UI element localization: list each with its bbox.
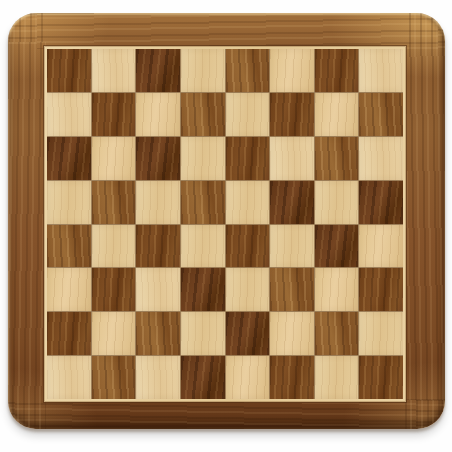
- square-r7c7[interactable]: [315, 312, 359, 355]
- square-r2c7[interactable]: [315, 93, 359, 136]
- square-r2c2[interactable]: [92, 93, 136, 136]
- square-r2c6[interactable]: [270, 93, 314, 136]
- square-r1c6[interactable]: [270, 49, 314, 92]
- square-r3c3[interactable]: [136, 137, 180, 180]
- square-r5c3[interactable]: [136, 225, 180, 268]
- square-r4c6[interactable]: [270, 181, 314, 224]
- chess-board: [8, 13, 445, 429]
- square-r1c3[interactable]: [136, 49, 180, 92]
- square-r8c7[interactable]: [315, 356, 359, 399]
- square-r1c4[interactable]: [181, 49, 225, 92]
- square-r3c6[interactable]: [270, 137, 314, 180]
- square-r8c1[interactable]: [47, 356, 91, 399]
- square-r3c4[interactable]: [181, 137, 225, 180]
- square-r6c3[interactable]: [136, 268, 180, 311]
- square-r7c5[interactable]: [226, 312, 270, 355]
- frame-left-grain: [8, 13, 46, 429]
- frame-bottom-grain: [8, 399, 445, 429]
- square-r3c2[interactable]: [92, 137, 136, 180]
- square-r8c5[interactable]: [226, 356, 270, 399]
- square-r3c5[interactable]: [226, 137, 270, 180]
- square-r2c5[interactable]: [226, 93, 270, 136]
- square-r6c7[interactable]: [315, 268, 359, 311]
- frame-right-grain: [405, 13, 445, 429]
- square-r6c6[interactable]: [270, 268, 314, 311]
- square-r2c3[interactable]: [136, 93, 180, 136]
- square-r2c1[interactable]: [47, 93, 91, 136]
- square-r7c1[interactable]: [47, 312, 91, 355]
- square-r7c2[interactable]: [92, 312, 136, 355]
- square-r1c8[interactable]: [359, 49, 403, 92]
- square-r8c4[interactable]: [181, 356, 225, 399]
- square-r8c6[interactable]: [270, 356, 314, 399]
- square-r1c2[interactable]: [92, 49, 136, 92]
- square-r7c4[interactable]: [181, 312, 225, 355]
- square-r5c4[interactable]: [181, 225, 225, 268]
- square-r3c7[interactable]: [315, 137, 359, 180]
- square-r5c6[interactable]: [270, 225, 314, 268]
- square-r1c5[interactable]: [226, 49, 270, 92]
- board-grid: [47, 49, 403, 399]
- square-r2c8[interactable]: [359, 93, 403, 136]
- square-r5c8[interactable]: [359, 225, 403, 268]
- square-r3c8[interactable]: [359, 137, 403, 180]
- square-r8c3[interactable]: [136, 356, 180, 399]
- square-r4c7[interactable]: [315, 181, 359, 224]
- frame-top-grain: [8, 13, 445, 49]
- square-r1c1[interactable]: [47, 49, 91, 92]
- square-r6c2[interactable]: [92, 268, 136, 311]
- square-r2c4[interactable]: [181, 93, 225, 136]
- photo-background: [0, 0, 452, 452]
- square-r4c4[interactable]: [181, 181, 225, 224]
- square-r1c7[interactable]: [315, 49, 359, 92]
- square-r4c5[interactable]: [226, 181, 270, 224]
- square-r5c1[interactable]: [47, 225, 91, 268]
- square-r8c8[interactable]: [359, 356, 403, 399]
- square-r4c8[interactable]: [359, 181, 403, 224]
- square-r8c2[interactable]: [92, 356, 136, 399]
- square-r4c3[interactable]: [136, 181, 180, 224]
- square-r5c2[interactable]: [92, 225, 136, 268]
- square-r6c8[interactable]: [359, 268, 403, 311]
- square-r7c8[interactable]: [359, 312, 403, 355]
- square-r7c3[interactable]: [136, 312, 180, 355]
- square-r6c1[interactable]: [47, 268, 91, 311]
- maple-inlay-border: [44, 46, 406, 402]
- square-r4c2[interactable]: [92, 181, 136, 224]
- square-r4c1[interactable]: [47, 181, 91, 224]
- square-r5c7[interactable]: [315, 225, 359, 268]
- square-r7c6[interactable]: [270, 312, 314, 355]
- square-r6c4[interactable]: [181, 268, 225, 311]
- square-r5c5[interactable]: [226, 225, 270, 268]
- square-r3c1[interactable]: [47, 137, 91, 180]
- square-r6c5[interactable]: [226, 268, 270, 311]
